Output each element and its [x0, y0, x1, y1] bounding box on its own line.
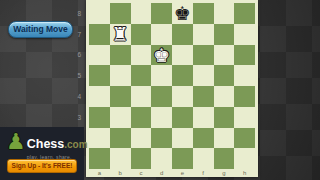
piece-white-rook[interactable]: ♜ — [112, 24, 129, 44]
square-b3[interactable] — [110, 107, 131, 128]
square-f4[interactable] — [193, 86, 214, 107]
square-f3[interactable] — [193, 107, 214, 128]
square-b1[interactable] — [110, 148, 131, 169]
square-f5[interactable] — [193, 65, 214, 86]
square-e3[interactable] — [172, 107, 193, 128]
square-g8[interactable] — [214, 3, 235, 24]
square-a6[interactable] — [89, 45, 110, 66]
file-labels: abcdefgh — [89, 169, 255, 177]
square-a3[interactable] — [89, 107, 110, 128]
square-h4[interactable] — [234, 86, 255, 107]
square-d8[interactable] — [151, 3, 172, 24]
square-f7[interactable] — [193, 24, 214, 45]
rank-label-8: 8 — [72, 3, 84, 24]
logo-text: Chess.com play. learn. share. — [27, 130, 88, 160]
square-e2[interactable] — [172, 128, 193, 149]
square-f1[interactable] — [193, 148, 214, 169]
file-label-b: b — [110, 169, 131, 177]
square-c6[interactable] — [131, 45, 152, 66]
square-d1[interactable] — [151, 148, 172, 169]
square-a7[interactable] — [89, 24, 110, 45]
square-a2[interactable] — [89, 128, 110, 149]
square-b4[interactable] — [110, 86, 131, 107]
chess-board[interactable]: ♚♜♚ abcdefgh — [86, 0, 258, 177]
square-g2[interactable] — [214, 128, 235, 149]
brand-suffix: .com — [64, 139, 87, 150]
square-b5[interactable] — [110, 65, 131, 86]
rank-label-6: 6 — [72, 45, 84, 66]
square-g3[interactable] — [214, 107, 235, 128]
square-g4[interactable] — [214, 86, 235, 107]
square-a1[interactable] — [89, 148, 110, 169]
square-c4[interactable] — [131, 86, 152, 107]
square-c5[interactable] — [131, 65, 152, 86]
square-h8[interactable] — [234, 3, 255, 24]
rank-label-4: 4 — [72, 86, 84, 107]
square-c3[interactable] — [131, 107, 152, 128]
square-b7[interactable]: ♜ — [110, 24, 131, 45]
square-h1[interactable] — [234, 148, 255, 169]
file-label-f: f — [193, 169, 214, 177]
square-d7[interactable] — [151, 24, 172, 45]
square-a5[interactable] — [89, 65, 110, 86]
file-label-a: a — [89, 169, 110, 177]
square-e4[interactable] — [172, 86, 193, 107]
video-frame: Waiting Move 87654321 ♚♜♚ abcdefgh ♟ Che… — [0, 0, 320, 180]
square-g6[interactable] — [214, 45, 235, 66]
brand-name: Chess — [27, 137, 65, 151]
branding-panel: ♟ Chess.com play. learn. share. Sign Up … — [0, 127, 84, 180]
file-label-c: c — [131, 169, 152, 177]
signup-button[interactable]: Sign Up - It's FREE! — [7, 159, 77, 173]
square-h5[interactable] — [234, 65, 255, 86]
file-label-g: g — [214, 169, 235, 177]
square-h6[interactable] — [234, 45, 255, 66]
square-g7[interactable] — [214, 24, 235, 45]
square-g1[interactable] — [214, 148, 235, 169]
file-label-e: e — [172, 169, 193, 177]
square-b2[interactable] — [110, 128, 131, 149]
pawn-logo-icon: ♟ — [6, 130, 26, 154]
square-h3[interactable] — [234, 107, 255, 128]
square-f8[interactable] — [193, 3, 214, 24]
square-c7[interactable] — [131, 24, 152, 45]
rank-label-7: 7 — [72, 24, 84, 45]
square-c2[interactable] — [131, 128, 152, 149]
rank-label-3: 3 — [72, 107, 84, 128]
square-d5[interactable] — [151, 65, 172, 86]
square-h7[interactable] — [234, 24, 255, 45]
square-e1[interactable] — [172, 148, 193, 169]
square-c1[interactable] — [131, 148, 152, 169]
chesscom-logo[interactable]: ♟ Chess.com play. learn. share. — [6, 130, 88, 160]
square-h2[interactable] — [234, 128, 255, 149]
square-e8[interactable]: ♚ — [172, 3, 193, 24]
square-e5[interactable] — [172, 65, 193, 86]
square-d6[interactable]: ♚ — [151, 45, 172, 66]
piece-black-king[interactable]: ♚ — [174, 3, 191, 23]
waiting-move-button[interactable]: Waiting Move — [8, 21, 73, 38]
square-d3[interactable] — [151, 107, 172, 128]
file-label-d: d — [151, 169, 172, 177]
square-f6[interactable] — [193, 45, 214, 66]
square-b6[interactable] — [110, 45, 131, 66]
square-a4[interactable] — [89, 86, 110, 107]
square-e6[interactable] — [172, 45, 193, 66]
file-label-h: h — [234, 169, 255, 177]
square-e7[interactable] — [172, 24, 193, 45]
square-c8[interactable] — [131, 3, 152, 24]
square-b8[interactable] — [110, 3, 131, 24]
square-d4[interactable] — [151, 86, 172, 107]
square-g5[interactable] — [214, 65, 235, 86]
square-d2[interactable] — [151, 128, 172, 149]
piece-white-king[interactable]: ♚ — [153, 44, 170, 64]
board-grid: ♚♜♚ — [89, 3, 255, 169]
rank-label-5: 5 — [72, 65, 84, 86]
square-f2[interactable] — [193, 128, 214, 149]
square-a8[interactable] — [89, 3, 110, 24]
